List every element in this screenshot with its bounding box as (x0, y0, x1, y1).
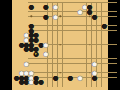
black-stone[interactable]: ● (33, 51, 38, 56)
screenshot-stage: ●●●●●●●●●●●●●●●●●●●●●●●●●●●●●●●●●●●●●●●●… (0, 0, 120, 90)
black-stone[interactable]: ● (53, 75, 58, 80)
black-stone[interactable]: ● (38, 80, 43, 85)
white-stone[interactable]: ● (43, 42, 48, 47)
black-stone[interactable]: ● (68, 75, 73, 80)
white-stone[interactable]: ● (53, 4, 58, 9)
black-stone[interactable]: ● (92, 75, 97, 80)
white-stone[interactable]: ● (77, 75, 82, 80)
black-stone[interactable]: ● (92, 14, 97, 19)
black-stone[interactable]: ● (29, 4, 34, 9)
white-stone[interactable]: ● (53, 14, 58, 19)
white-stone[interactable]: ● (77, 9, 82, 14)
black-stone[interactable]: ● (102, 23, 107, 28)
white-stone[interactable]: ● (43, 51, 48, 56)
go-board[interactable]: ●●●●●●●●●●●●●●●●●●●●●●●●●●●●●●●●●●●●●●●●… (12, 0, 108, 90)
white-stone[interactable]: ● (92, 61, 97, 66)
white-stone[interactable]: ● (24, 61, 29, 66)
black-stone[interactable]: ● (43, 14, 48, 19)
black-stone[interactable]: ● (43, 4, 48, 9)
